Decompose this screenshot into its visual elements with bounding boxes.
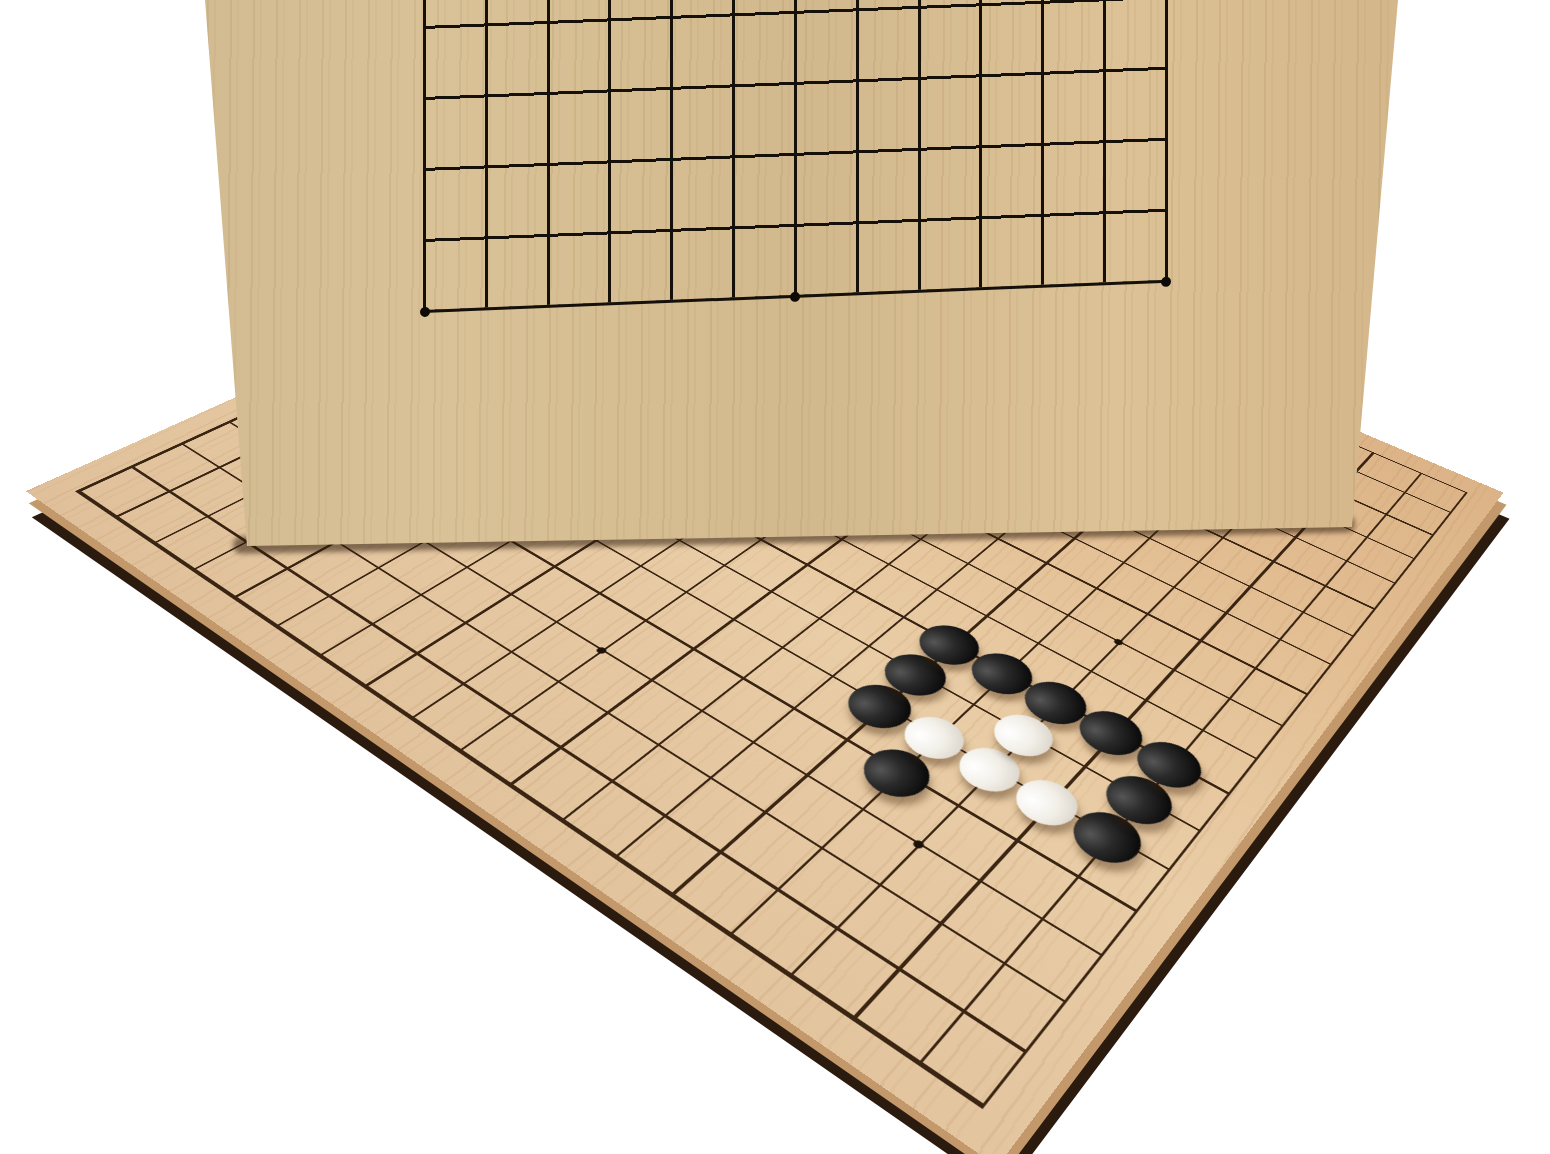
hoshi-point	[1113, 638, 1125, 646]
hoshi-point	[911, 839, 925, 850]
board-dot	[790, 291, 800, 301]
hoshi-point	[595, 646, 608, 655]
board-dot	[1161, 276, 1171, 286]
board-dot	[420, 306, 430, 316]
scene	[0, 0, 1550, 1154]
go-grid-13x13	[423, 0, 1168, 313]
